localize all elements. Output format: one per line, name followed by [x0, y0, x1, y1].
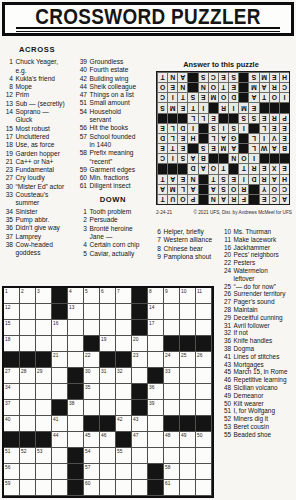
- grid-cell[interactable]: [196, 400, 212, 416]
- grid-cell[interactable]: [20, 384, 36, 400]
- answer-cell: E: [259, 113, 269, 123]
- clue-number: 54: [78, 108, 87, 125]
- grid-cell[interactable]: 36: [148, 384, 164, 400]
- answer-cell: E: [198, 92, 208, 102]
- grid-cell[interactable]: 3: [36, 288, 52, 304]
- grid-cell[interactable]: 34: [4, 384, 20, 400]
- grid-cell[interactable]: 17: [148, 320, 164, 336]
- grid-cell[interactable]: [84, 400, 100, 416]
- answer-cell: A: [269, 143, 279, 153]
- grid-cell[interactable]: [36, 400, 52, 416]
- clue-column-3: 6Helper, briefly7Western alliance8Chines…: [152, 228, 218, 261]
- answer-cell: S: [228, 123, 238, 133]
- cell-number: 30: [85, 369, 90, 374]
- grid-cell[interactable]: 20: [132, 336, 148, 352]
- answer-cell: L: [259, 123, 269, 133]
- grid-cell[interactable]: 15: [4, 320, 20, 336]
- grid-cell[interactable]: [100, 464, 116, 480]
- answer-cell: E: [208, 113, 218, 123]
- answer-cell: S: [228, 72, 238, 82]
- clue-number: 35: [4, 216, 13, 224]
- grid-cell[interactable]: [148, 416, 164, 432]
- answer-cell: B: [198, 153, 208, 163]
- clue-number: 50: [222, 400, 231, 408]
- cell-number: 28: [21, 369, 26, 374]
- grid-cell[interactable]: [180, 480, 196, 496]
- grid-cell[interactable]: [36, 416, 52, 432]
- answer-cell: P: [279, 113, 289, 123]
- grid-cell[interactable]: [68, 352, 84, 368]
- answer-cell: V: [269, 133, 279, 143]
- grid-cell[interactable]: 6: [100, 288, 116, 304]
- answer-cell-black: [208, 102, 218, 112]
- clue-text: Certain corn chip: [90, 241, 141, 249]
- cell-number: 61: [165, 481, 170, 486]
- grid-cell[interactable]: [116, 304, 132, 320]
- grid-cell-black: [68, 384, 84, 400]
- grid-cell[interactable]: [196, 368, 212, 384]
- grid-cell[interactable]: [52, 448, 68, 464]
- grid-cell[interactable]: [84, 320, 100, 336]
- clue-text: Repetitive learning: [234, 376, 290, 384]
- grid-cell[interactable]: 48: [164, 432, 180, 448]
- grid-cell[interactable]: 46: [100, 432, 116, 448]
- clue-text: Persuade: [90, 216, 141, 224]
- answer-cell: I: [238, 123, 248, 133]
- grid-cell[interactable]: 52: [20, 448, 36, 464]
- grid-cell[interactable]: 37: [4, 400, 20, 416]
- grid-cell-black: [52, 304, 68, 320]
- grid-cell[interactable]: 56: [4, 464, 20, 480]
- cell-number: 25: [181, 353, 186, 358]
- clue-down-52: 52Miners dig it: [222, 415, 294, 423]
- grid-cell-black: [100, 352, 116, 368]
- grid-cell[interactable]: [196, 320, 212, 336]
- grid-cell[interactable]: [180, 368, 196, 384]
- grid-cell[interactable]: [52, 384, 68, 400]
- answer-copyright: © 2021 UFS, Dist. by Andrews McMeel for …: [193, 210, 292, 215]
- grid-cell[interactable]: 33: [164, 368, 180, 384]
- grid-cell[interactable]: 23: [132, 352, 148, 368]
- clue-across-30: 30“Mister Ed” actor: [4, 183, 70, 191]
- grid-cell-black: [116, 432, 132, 448]
- clue-number: 6: [152, 228, 161, 236]
- grid-cell[interactable]: [20, 304, 36, 320]
- grid-cell[interactable]: 55: [116, 448, 132, 464]
- clue-number: 24: [222, 267, 231, 283]
- clue-down-7: 7Western alliance: [152, 236, 218, 244]
- clue-across-54: 54Household servant: [78, 108, 148, 125]
- answer-cell: M: [218, 143, 228, 153]
- grid-cell[interactable]: [196, 480, 212, 496]
- clue-number: 4: [78, 241, 87, 249]
- grid-cell[interactable]: [36, 320, 52, 336]
- answer-cell: G: [228, 133, 238, 143]
- answer-cell: A: [198, 163, 208, 173]
- grid-cell[interactable]: [164, 304, 180, 320]
- cell-number: 49: [181, 433, 186, 438]
- grid-cell[interactable]: 18: [4, 336, 20, 352]
- grid-cell[interactable]: 31: [100, 368, 116, 384]
- cell-number: 33: [165, 369, 170, 374]
- answer-cell: X: [269, 163, 279, 173]
- clue-text: Deceitful cunning: [234, 314, 290, 322]
- grid-cell[interactable]: 50: [196, 432, 212, 448]
- grid-cell[interactable]: 29: [36, 368, 52, 384]
- grid-cell[interactable]: [52, 480, 68, 496]
- grid-cell-black: [68, 480, 84, 496]
- clue-number: 34: [4, 208, 13, 216]
- answer-cell-black: [198, 184, 208, 194]
- clue-number: 13: [4, 100, 13, 108]
- clue-text: Chuck Yeager, e.g.: [16, 58, 67, 75]
- clue-across-57: 57School founded in 1440: [78, 133, 148, 150]
- grid-cell[interactable]: [196, 384, 212, 400]
- clue-across-17: 17Uncluttered: [4, 133, 70, 141]
- clue-down-32: 32If not: [222, 329, 294, 337]
- grid-cell[interactable]: 60: [84, 480, 100, 496]
- cell-number: 11: [197, 289, 202, 294]
- answer-cell: A: [157, 184, 167, 194]
- clue-number: 15: [4, 125, 13, 133]
- grid-cell[interactable]: [20, 416, 36, 432]
- grid-cell-black: [52, 400, 68, 416]
- grid-cell[interactable]: [148, 432, 164, 448]
- grid-cell[interactable]: [116, 320, 132, 336]
- grid-cell[interactable]: 10: [180, 288, 196, 304]
- clue-down-45: 45March 15, in Rome: [222, 368, 294, 376]
- clue-across-61: 61Diligent insect: [78, 182, 148, 190]
- clue-down-24: 24Watermelon leftover: [222, 267, 294, 283]
- grid-cell-black: [196, 416, 212, 432]
- answer-cell: R: [269, 113, 279, 123]
- grid-cell[interactable]: [180, 384, 196, 400]
- grid-cell[interactable]: 30: [84, 368, 100, 384]
- grid-cell[interactable]: [132, 448, 148, 464]
- grid-cell[interactable]: 49: [180, 432, 196, 448]
- grid-cell[interactable]: 25: [180, 352, 196, 368]
- grid-cell[interactable]: 43: [132, 416, 148, 432]
- answer-cell: S: [248, 113, 258, 123]
- cell-number: 37: [5, 401, 10, 406]
- answer-cell: S: [218, 174, 228, 184]
- grid-cell[interactable]: 8: [148, 288, 164, 304]
- answer-cell: S: [177, 153, 187, 163]
- clue-text: Soprano — Gluck: [16, 108, 67, 125]
- grid-cell[interactable]: [20, 464, 36, 480]
- grid-cell[interactable]: 9: [164, 288, 180, 304]
- clue-number: 41: [222, 353, 231, 361]
- answer-cell: L: [167, 123, 177, 133]
- clue-across-58: 58Prefix meaning “recent”: [78, 149, 148, 166]
- clue-text: Pump abbr.: [16, 216, 67, 224]
- clue-text: Prim: [16, 91, 67, 99]
- grid-cell[interactable]: [132, 368, 148, 384]
- grid-cell[interactable]: [36, 336, 52, 352]
- grid-cell[interactable]: [148, 336, 164, 352]
- cell-number: 39: [149, 401, 154, 406]
- grid-cell[interactable]: [100, 480, 116, 496]
- clue-number: 5: [78, 250, 87, 258]
- clue-text: Mortgages: [234, 361, 290, 369]
- grid-cell[interactable]: [116, 480, 132, 496]
- grid-cell[interactable]: [180, 448, 196, 464]
- grid-cell[interactable]: [36, 464, 52, 480]
- clue-text: Uncluttered: [16, 133, 67, 141]
- clue-down-3: 3Brontë heroine Jane —: [78, 225, 148, 242]
- cell-number: 34: [5, 385, 10, 390]
- grid-cell[interactable]: [196, 304, 212, 320]
- grid-cell[interactable]: 61: [164, 480, 180, 496]
- clue-text: Things on a list: [90, 91, 141, 99]
- grid-cell[interactable]: 7: [116, 288, 132, 304]
- answer-cell: E: [269, 123, 279, 133]
- grid-cell[interactable]: 58: [164, 464, 180, 480]
- grid-cell[interactable]: 11: [196, 288, 212, 304]
- grid-cell[interactable]: [68, 320, 84, 336]
- clue-number: 16: [222, 244, 231, 252]
- grid-cell[interactable]: 47: [132, 432, 148, 448]
- clue-number: 31: [222, 322, 231, 330]
- clue-text: Didn’t give way: [16, 224, 67, 232]
- clue-text: Sicilian volcano: [234, 384, 290, 392]
- clue-number: 38: [4, 241, 13, 258]
- grid-cell[interactable]: [180, 464, 196, 480]
- answer-cell: I: [238, 174, 248, 184]
- cell-number: 14: [149, 305, 154, 310]
- cell-number: 13: [69, 305, 74, 310]
- answer-cell-black: [198, 194, 208, 204]
- grid-cell[interactable]: 45: [84, 432, 100, 448]
- cell-number: 22: [85, 353, 90, 358]
- grid-cell[interactable]: [68, 432, 84, 448]
- answer-cell-black: [228, 113, 238, 123]
- clue-across-18: 18Use, as force: [4, 141, 70, 149]
- cell-number: 20: [133, 337, 138, 342]
- clue-down-2: 2Persuade: [78, 216, 148, 224]
- clue-number: 46: [222, 376, 231, 384]
- grid-cell[interactable]: 12: [4, 304, 20, 320]
- grid-cell[interactable]: 2: [20, 288, 36, 304]
- grid-cell[interactable]: [100, 320, 116, 336]
- clue-number: 19: [4, 150, 13, 158]
- clue-number: 51: [222, 407, 231, 415]
- grid-cell[interactable]: 59: [4, 480, 20, 496]
- grid-cell[interactable]: [52, 368, 68, 384]
- grid-cell-black: [20, 352, 36, 368]
- grid-cell[interactable]: 32: [116, 368, 132, 384]
- cell-number: 43: [133, 417, 138, 422]
- grid-cell[interactable]: [20, 400, 36, 416]
- clue-number: 3: [78, 225, 87, 242]
- cell-number: 19: [101, 337, 106, 342]
- grid-cell[interactable]: [180, 304, 196, 320]
- grid-cell[interactable]: 24: [164, 352, 180, 368]
- grid-cell[interactable]: [164, 320, 180, 336]
- clue-text: Pesters: [234, 259, 290, 267]
- grid-cell[interactable]: 40: [4, 416, 20, 432]
- grid-cell[interactable]: 27: [4, 368, 20, 384]
- clue-down-51: 51I, for Wolfgang: [222, 407, 294, 415]
- answer-cell: R: [269, 82, 279, 92]
- answer-cell: S: [218, 184, 228, 194]
- grid-cell[interactable]: [36, 384, 52, 400]
- clue-down-50: 50Kilt wearer: [222, 400, 294, 408]
- grid-cell[interactable]: [180, 400, 196, 416]
- grid-cell-black: [84, 336, 100, 352]
- grid-cell[interactable]: [148, 448, 164, 464]
- grid-cell[interactable]: [100, 448, 116, 464]
- grid-cell[interactable]: [20, 480, 36, 496]
- grid-cell[interactable]: 13: [68, 304, 84, 320]
- grid-cell-black: [180, 416, 196, 432]
- grid-cell[interactable]: [132, 480, 148, 496]
- puzzle-grid: 1234567891011121314151617181920212223242…: [2, 286, 214, 498]
- cell-number: 60: [85, 481, 90, 486]
- answer-cell: L: [208, 133, 218, 143]
- clue-text: Lamprey: [16, 233, 67, 241]
- grid-cell[interactable]: [164, 448, 180, 464]
- cell-number: 10: [181, 289, 186, 294]
- clue-text: Sinister: [16, 208, 67, 216]
- grid-cell[interactable]: [84, 304, 100, 320]
- clue-text: Surrender territory: [234, 290, 290, 298]
- clue-down-20: 20Pecs’ neighbors: [222, 251, 294, 259]
- answer-cell: A: [187, 153, 197, 163]
- grid-cell[interactable]: [100, 400, 116, 416]
- answer-cell: T: [218, 82, 228, 92]
- clue-down-1: 1Tooth problem: [78, 208, 148, 216]
- grid-cell[interactable]: [196, 464, 212, 480]
- answer-cell-black: [198, 123, 208, 133]
- grid-cell[interactable]: 28: [20, 368, 36, 384]
- grid-cell[interactable]: [148, 352, 164, 368]
- title-underline: [16, 27, 279, 32]
- clue-text: I, for Wolfgang: [234, 407, 290, 415]
- clue-across-60: 60Min. fractions: [78, 174, 148, 182]
- grid-cell[interactable]: 14: [148, 304, 164, 320]
- clue-across-4: 4Kukla’s friend: [4, 75, 70, 83]
- grid-cell[interactable]: 21: [52, 352, 68, 368]
- grid-cell[interactable]: [180, 320, 196, 336]
- cell-number: 18: [5, 337, 10, 342]
- answer-cell: L: [167, 133, 177, 143]
- answer-cell: E: [279, 133, 289, 143]
- grid-cell[interactable]: [164, 384, 180, 400]
- grid-cell[interactable]: [20, 336, 36, 352]
- answer-cell: M: [167, 184, 177, 194]
- answer-cell: R: [228, 194, 238, 204]
- cell-number: 40: [5, 417, 10, 422]
- grid-cell[interactable]: [52, 464, 68, 480]
- clue-text: If not: [234, 329, 290, 337]
- answer-cell: M: [238, 102, 248, 112]
- grid-cell[interactable]: [132, 464, 148, 480]
- grid-cell[interactable]: [20, 320, 36, 336]
- clue-text: Cry loudly: [16, 174, 67, 182]
- grid-cell[interactable]: 41: [52, 416, 68, 432]
- grid-cell[interactable]: 4: [68, 288, 84, 304]
- answer-cell: I: [198, 102, 208, 112]
- clue-number: 48: [222, 384, 231, 392]
- cell-number: 38: [69, 401, 74, 406]
- answer-cell: N: [167, 72, 177, 82]
- clue-down-11: 11Make lacework: [222, 236, 294, 244]
- cell-number: 21: [53, 353, 58, 358]
- grid-cell-black: [68, 464, 84, 480]
- grid-cell[interactable]: 19: [100, 336, 116, 352]
- clue-down-4: 4Certain corn chip: [78, 241, 148, 249]
- clue-down-25: 25“— do for now”: [222, 283, 294, 291]
- grid-cell[interactable]: [164, 400, 180, 416]
- answer-cell-black: [208, 153, 218, 163]
- clue-number: 20: [222, 251, 231, 259]
- grid-cell[interactable]: [116, 400, 132, 416]
- grid-cell[interactable]: [36, 480, 52, 496]
- grid-cell[interactable]: 39: [148, 400, 164, 416]
- grid-cell-black: [100, 416, 116, 432]
- answer-cell: U: [167, 194, 177, 204]
- cell-number: 35: [85, 385, 90, 390]
- grid-cell[interactable]: 1: [4, 288, 20, 304]
- answer-cell: L: [187, 113, 197, 123]
- grid-cell-black: [36, 352, 52, 368]
- clue-across-27: 27Cry loudly: [4, 174, 70, 182]
- clue-number: 8: [152, 245, 161, 253]
- grid-cell[interactable]: 5: [84, 288, 100, 304]
- clue-number: 23: [4, 166, 13, 174]
- clue-number: 51: [78, 99, 87, 107]
- grid-cell[interactable]: [36, 304, 52, 320]
- grid-cell[interactable]: 26: [196, 352, 212, 368]
- grid-cell[interactable]: 35: [84, 384, 100, 400]
- grid-cell[interactable]: 44: [52, 432, 68, 448]
- answer-cell: E: [259, 163, 269, 173]
- clue-column-4: 10Ms. Thurman11Make lacework16Jackhammer…: [222, 228, 294, 439]
- answer-cell-black: [269, 153, 279, 163]
- grid-cell[interactable]: 57: [84, 464, 100, 480]
- answer-cell: C: [269, 194, 279, 204]
- answer-cell: N: [228, 153, 238, 163]
- grid-cell[interactable]: [100, 384, 116, 400]
- clue-number: 43: [222, 361, 231, 369]
- grid-cell[interactable]: [68, 416, 84, 432]
- grid-cell[interactable]: 54: [84, 448, 100, 464]
- grid-cell[interactable]: [116, 384, 132, 400]
- grid-cell[interactable]: [100, 304, 116, 320]
- clue-number: 17: [4, 133, 13, 141]
- grid-cell[interactable]: [196, 448, 212, 464]
- grid-cell[interactable]: 22: [84, 352, 100, 368]
- answer-cell-black: [248, 194, 258, 204]
- clue-text: Lines of stitches: [234, 353, 290, 361]
- grid-cell[interactable]: 53: [36, 448, 52, 464]
- grid-cell[interactable]: 42: [116, 416, 132, 432]
- grid-cell[interactable]: 16: [52, 320, 68, 336]
- grid-cell[interactable]: 51: [4, 448, 20, 464]
- answer-cell: C: [279, 82, 289, 92]
- grid-cell[interactable]: [116, 464, 132, 480]
- cell-number: 58: [165, 465, 170, 470]
- clue-text: School founded in 1440: [90, 133, 141, 150]
- grid-cell[interactable]: [68, 336, 84, 352]
- grid-cell[interactable]: 38: [68, 400, 84, 416]
- grid-cell[interactable]: [52, 336, 68, 352]
- grid-cell[interactable]: [116, 336, 132, 352]
- answer-cell-black: [248, 184, 258, 194]
- cell-number: 17: [149, 321, 154, 326]
- answer-cell-black: [238, 133, 248, 143]
